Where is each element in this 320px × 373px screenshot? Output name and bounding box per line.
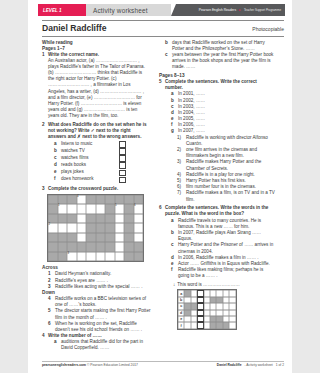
crossword-cell[interactable]	[77, 223, 87, 233]
answer-checkbox[interactable]	[119, 170, 126, 177]
question-heading: Write the number of ……	[48, 333, 102, 338]
crossword-blocked-cell	[67, 195, 77, 205]
list-item: cyears between the year the first Harry …	[165, 52, 273, 71]
crossword-blocked-cell	[48, 242, 58, 252]
item-text: When he is working on the set, Radcliffe…	[55, 321, 151, 333]
list-item: 4Radcliffe works on a BBC television ser…	[48, 296, 151, 308]
item-text: plays jokes	[61, 169, 119, 176]
down-clues: 4Radcliffe works on a BBC television ser…	[42, 296, 149, 333]
crossword-clue-number: 2	[49, 223, 51, 226]
item-text: does homework	[61, 176, 119, 183]
item-key: e	[54, 169, 61, 176]
item-text: reads books	[61, 162, 119, 169]
level-badge: LEVEL 1	[38, 4, 86, 16]
list-item: 1)Radcliffe is working with director Alf…	[177, 135, 280, 147]
word-line-text: This word is ……………………	[177, 282, 240, 287]
item-text: one film arrives in the cinemas and film…	[186, 147, 280, 159]
header-bar: LEVEL 1 Activity worksheet Pearson Engli…	[38, 4, 285, 16]
crossword-cell[interactable]: 6	[134, 204, 144, 214]
crossword-wrap: 415623	[47, 194, 149, 263]
crossword-cell[interactable]: 3	[67, 252, 77, 262]
crossword-clue-number: 4	[77, 195, 79, 198]
crossword-blocked-cell	[58, 233, 68, 243]
crossword-blocked-cell	[96, 223, 106, 233]
list-item: fdoes homework	[54, 176, 126, 183]
crossword-blocked-cell	[124, 233, 134, 243]
crossword-cell[interactable]	[67, 223, 77, 233]
item-text: watches TV	[61, 148, 119, 155]
crossword-cell[interactable]	[115, 223, 125, 233]
item-text: auditions that Radcliffe did for the par…	[61, 339, 151, 351]
item-key: 1)	[177, 135, 186, 147]
crossword-blocked-cell	[58, 252, 68, 262]
crossword-cell[interactable]	[115, 233, 125, 243]
crossword-blocked-cell	[105, 223, 115, 233]
question-4: 4 Write the number of …… aauditions that…	[42, 333, 149, 352]
footer-right: Daniel Radcliffe- Activity worksheet1 of…	[217, 363, 284, 367]
list-item: aRadcliffe travels to many countries. He…	[171, 218, 274, 230]
crossword-blocked-cell	[67, 214, 77, 224]
item-key: c	[165, 52, 172, 71]
item-key: c	[54, 155, 61, 162]
crossword-blocked-cell	[105, 242, 115, 252]
answer-checkbox[interactable]	[119, 148, 126, 155]
crossword-cell[interactable]	[77, 204, 87, 214]
crossword-blocked-cell	[134, 242, 144, 252]
crossword-cell[interactable]: 2	[48, 223, 58, 233]
q6-sentence-items: aRadcliffe travels to many countries. He…	[165, 218, 272, 280]
item-key: 2)	[177, 147, 186, 159]
crossword-cell[interactable]	[77, 233, 87, 243]
answer-checkbox[interactable]	[119, 177, 126, 184]
answer-checkbox[interactable]	[119, 141, 126, 148]
list-item: 6When he is working on the set, Radcliff…	[48, 321, 151, 333]
crossword-blocked-cell	[86, 214, 96, 224]
list-item: fRadcliffe likes making films; perhaps h…	[171, 267, 274, 279]
item-key: 5	[48, 308, 55, 320]
page-title: Daniel Radcliffe	[42, 23, 106, 33]
question-2: 2 What does Radcliffe do on the set when…	[42, 122, 149, 183]
crossword-blocked-cell	[124, 204, 134, 214]
item-key: b	[54, 148, 61, 155]
list-item: cwatches films	[54, 155, 126, 162]
crossword-blocked-cell	[77, 242, 87, 252]
crossword-blocked-cell	[96, 195, 106, 205]
crossword-cell[interactable]	[58, 223, 68, 233]
crossword-blocked-cell	[105, 214, 115, 224]
word-puzzle-grid: abcdef	[177, 289, 237, 329]
crossword-clue-number: 3	[68, 252, 70, 255]
crossword-blocked-cell	[48, 252, 58, 262]
pages-1-7-heading: Pages 1–7	[42, 46, 149, 51]
footer: pearsonenglishreaders.com © Pearson Educ…	[42, 361, 284, 368]
crossword-clue-number: 5	[115, 204, 117, 207]
down-heading: Down	[42, 290, 149, 295]
crossword-blocked-cell	[105, 195, 115, 205]
crossword-cell[interactable]	[134, 223, 144, 233]
question-heading: Complete the crossword puzzle.	[48, 186, 149, 192]
item-text: listens to music	[61, 141, 119, 148]
question-body: Complete the sentences. Write the correc…	[165, 79, 272, 203]
list-item: bIn 2007, Radcliffe plays Alan Strang ………	[171, 230, 274, 242]
crossword-cell[interactable]: 1	[58, 204, 68, 214]
crossword-cell[interactable]: 4	[77, 195, 87, 205]
word-puzzle-cell[interactable]	[229, 322, 235, 328]
list-item: bwatches TV	[54, 148, 126, 155]
crossword-blocked-cell	[58, 214, 68, 224]
question-5: 5 Complete the sentences. Write the corr…	[159, 79, 272, 203]
item-key: d	[54, 162, 61, 169]
crossword-blocked-cell	[96, 242, 106, 252]
question-body: Complete the sentences. Write the words …	[165, 205, 272, 279]
item-key: f	[54, 176, 61, 183]
item-text: The director starts making the first Har…	[55, 308, 151, 320]
title-row: Daniel Radcliffe Photocopiable	[42, 20, 284, 37]
q5-year-items: aIn 2001, ……bIn 2002, ……cIn 2003, ……dIn …	[165, 91, 272, 134]
crossword-blocked-cell	[86, 242, 96, 252]
crossword-blocked-cell	[86, 195, 96, 205]
footer-doc-sub: - Activity worksheet	[245, 363, 273, 367]
question-4-continued: bdays that Radcliffe worked on the set o…	[159, 40, 272, 71]
crossword-cell[interactable]: 5	[115, 204, 125, 214]
checkbox-list: alistens to musicbwatches TVcwatches fil…	[48, 141, 149, 184]
crossword-blocked-cell	[124, 214, 134, 224]
item-text: Radcliffe makes Harry Potter and the Cha…	[186, 159, 280, 171]
question-heading: Complete the sentences. Write the words …	[165, 205, 268, 216]
item-key: a	[171, 218, 178, 230]
crossword-cell[interactable]	[96, 204, 106, 214]
item-text: years between the year the first Harry P…	[172, 52, 273, 71]
fill-in-paragraph: An Australian actor, (a) ……………………… , pla…	[48, 58, 145, 119]
left-column: While reading Pages 1–7 1 Write the corr…	[42, 40, 149, 355]
crossword-cell[interactable]	[86, 252, 96, 262]
item-text: Radcliffe likes making films; perhaps he…	[178, 267, 274, 279]
footer-left: pearsonenglishreaders.com © Pearson Educ…	[42, 363, 138, 367]
list-item: alistens to music	[54, 141, 126, 148]
item-text: watches films	[61, 155, 119, 162]
crossword-clue-number: 6	[134, 204, 136, 207]
item-text: days that Radcliffe worked on the set of…	[172, 40, 273, 52]
item-text: Radcliffe works on a BBC television seri…	[55, 296, 151, 308]
question-1: 1 Write the correct name. An Australian …	[42, 52, 149, 120]
crossword-cell[interactable]	[134, 214, 144, 224]
crossword-cell[interactable]	[115, 214, 125, 224]
question-3: 3 Complete the crossword puzzle.	[42, 186, 149, 192]
answer-checkbox[interactable]	[119, 162, 126, 169]
question-body: Write the correct name. An Australian ac…	[48, 52, 149, 120]
list-item: dreads books	[54, 162, 126, 169]
crossword-blocked-cell	[124, 242, 134, 252]
item-key: b	[171, 230, 178, 242]
item-key: 4	[48, 296, 55, 308]
list-item: cHarry Potter and the Prisoner of …… arr…	[171, 242, 274, 254]
item-text: Harry Potter and the Prisoner of …… arri…	[178, 242, 274, 254]
crossword-blocked-cell	[96, 214, 106, 224]
item-key: c	[171, 242, 178, 254]
worksheet-page: LEVEL 1 Activity worksheet Pearson Engli…	[28, 0, 292, 373]
question-heading: Complete the sentences. Write the correc…	[165, 79, 257, 90]
down-arrow-icon: ↓	[173, 282, 175, 287]
crossword-blocked-cell	[67, 233, 77, 243]
across-heading: Across	[42, 265, 149, 270]
crossword-blocked-cell	[48, 233, 58, 243]
footer-site: pearsonenglishreaders.com	[42, 363, 86, 367]
list-item: 2)one film arrives in the cinemas and fi…	[177, 147, 280, 159]
crossword-blocked-cell	[134, 252, 144, 262]
crossword-cell[interactable]	[105, 252, 115, 262]
item-text: Radcliffe is working with director Alfon…	[186, 135, 280, 147]
footer-doc-title: Daniel Radcliffe	[217, 363, 242, 367]
crossword-cell[interactable]	[96, 252, 106, 262]
crossword-blocked-cell	[105, 204, 115, 214]
brand-label: Pearson English Readers	[199, 8, 236, 12]
list-item: bdays that Radcliffe worked on the set o…	[165, 40, 273, 52]
crossword-blocked-cell	[124, 252, 134, 262]
question-body: Write the number of …… aauditions that R…	[48, 333, 149, 352]
question-heading: Write the correct name.	[48, 52, 99, 57]
crossword-grid: 415623	[47, 194, 144, 263]
list-item: aauditions that Radcliffe did for the pa…	[54, 339, 151, 351]
list-item: eplays jokes	[54, 169, 126, 176]
crossword-cell[interactable]	[134, 233, 144, 243]
teacher-support-label: Teacher Support Programme	[244, 8, 281, 12]
crossword-cell[interactable]	[115, 252, 125, 262]
item-key: b	[165, 40, 172, 52]
item-text: Radcliffe travels to many countries. He …	[178, 218, 274, 230]
crossword-blocked-cell	[124, 223, 134, 233]
crossword-blocked-cell	[86, 223, 96, 233]
list-item: 3)Radcliffe makes Harry Potter and the C…	[177, 159, 280, 171]
question-body: What does Radcliffe do on the set when h…	[48, 122, 149, 183]
crossword-blocked-cell	[48, 195, 58, 205]
crossword-blocked-cell	[124, 195, 134, 205]
right-column: bdays that Radcliffe worked on the set o…	[159, 40, 272, 355]
crossword-clue-number: 1	[58, 204, 60, 207]
item-key: a	[54, 141, 61, 148]
crossword-blocked-cell	[96, 233, 106, 243]
question-heading: What does Radcliffe do on the set when h…	[48, 122, 147, 139]
brand-arrow-icon: ▸	[239, 8, 241, 12]
item-text: In 2007, Radcliffe plays Alan Strang …… …	[178, 230, 274, 242]
photocopiable-label: Photocopiable	[252, 26, 284, 32]
brand-bar: Pearson English Readers ▸ Teacher Suppor…	[171, 4, 285, 16]
item-text: Radcliffe makes a film, is on TV and in …	[186, 190, 280, 202]
crossword-cell[interactable]	[86, 204, 96, 214]
item-key: 6	[48, 321, 55, 333]
crossword-blocked-cell	[105, 233, 115, 243]
crossword-blocked-cell	[48, 204, 58, 214]
answer-checkbox[interactable]	[119, 155, 126, 162]
crossword-cell[interactable]	[115, 242, 125, 252]
q5-option-statements: 1)Radcliffe is working with director Alf…	[165, 135, 272, 203]
footer-page-info: 1 of 2	[276, 363, 284, 367]
item-text: Radcliffe likes acting with the special …	[55, 284, 151, 290]
item-key: f	[171, 267, 178, 279]
across-clues: 1David Heyman’s nationality.2Radcliffe’s…	[42, 271, 149, 290]
crossword-cell[interactable]	[67, 204, 77, 214]
q4-items: aauditions that Radcliffe did for the pa…	[48, 339, 149, 351]
crossword-cell[interactable]	[77, 214, 87, 224]
content-columns: While reading Pages 1–7 1 Write the corr…	[42, 40, 284, 355]
crossword-blocked-cell	[86, 233, 96, 243]
item-key: 3)	[177, 159, 186, 171]
crossword-blocked-cell	[58, 242, 68, 252]
item-key: a	[54, 339, 61, 351]
list-item: 7)Radcliffe makes a film, is on TV and i…	[177, 190, 280, 202]
worksheet-type-label: Activity worksheet	[86, 4, 171, 16]
list-item: 3Radcliffe likes acting with the special…	[48, 284, 151, 290]
while-reading-heading: While reading	[42, 40, 149, 45]
pages-8-13-heading: Pages 8–13	[159, 73, 272, 78]
crossword-cell[interactable]	[77, 252, 87, 262]
item-key: 7)	[177, 190, 186, 202]
list-item: 5The director starts making the first Ha…	[48, 308, 151, 320]
word-in-box-line: ↓ This word is ……………………	[173, 282, 272, 287]
question-6: 6 Complete the sentences. Write the word…	[159, 205, 272, 279]
footer-copyright: © Pearson Education Limited 2017	[87, 363, 138, 367]
